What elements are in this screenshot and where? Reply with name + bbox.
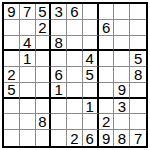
cell-r3c2[interactable]: 4 bbox=[20, 36, 36, 52]
cell-r9c5[interactable]: 2 bbox=[67, 130, 83, 146]
cell-r6c7[interactable] bbox=[99, 83, 115, 99]
cell-r9c4[interactable] bbox=[51, 130, 67, 146]
cell-r8c5[interactable] bbox=[67, 114, 83, 130]
cell-r3c9[interactable] bbox=[130, 36, 146, 52]
cell-r7c2[interactable] bbox=[20, 99, 36, 115]
cell-r6c1[interactable]: 5 bbox=[4, 83, 20, 99]
cell-r6c6[interactable] bbox=[83, 83, 99, 99]
cell-r5c5[interactable] bbox=[67, 67, 83, 83]
cell-r9c9[interactable]: 7 bbox=[130, 130, 146, 146]
cell-r6c8[interactable]: 9 bbox=[114, 83, 130, 99]
sudoku-board: 9753626481452658519138226987 bbox=[2, 2, 148, 148]
cell-r1c5[interactable]: 6 bbox=[67, 4, 83, 20]
cell-r1c7[interactable] bbox=[99, 4, 115, 20]
cell-r3c5[interactable] bbox=[67, 36, 83, 52]
cell-r1c8[interactable] bbox=[114, 4, 130, 20]
cell-r8c6[interactable] bbox=[83, 114, 99, 130]
cell-r4c3[interactable] bbox=[36, 51, 52, 67]
cell-r4c5[interactable] bbox=[67, 51, 83, 67]
cell-r5c2[interactable] bbox=[20, 67, 36, 83]
cell-r5c4[interactable]: 6 bbox=[51, 67, 67, 83]
cell-r3c1[interactable] bbox=[4, 36, 20, 52]
cell-r7c7[interactable] bbox=[99, 99, 115, 115]
cell-r4c2[interactable]: 1 bbox=[20, 51, 36, 67]
cell-r8c4[interactable] bbox=[51, 114, 67, 130]
cell-r5c9[interactable]: 8 bbox=[130, 67, 146, 83]
cell-r1c3[interactable]: 5 bbox=[36, 4, 52, 20]
cell-r9c3[interactable] bbox=[36, 130, 52, 146]
cell-r6c3[interactable] bbox=[36, 83, 52, 99]
cell-r4c7[interactable] bbox=[99, 51, 115, 67]
cell-r5c3[interactable] bbox=[36, 67, 52, 83]
cell-r2c5[interactable] bbox=[67, 20, 83, 36]
cell-r9c7[interactable]: 9 bbox=[99, 130, 115, 146]
cell-r3c8[interactable] bbox=[114, 36, 130, 52]
cell-r1c6[interactable] bbox=[83, 4, 99, 20]
cell-r2c2[interactable] bbox=[20, 20, 36, 36]
cell-r7c5[interactable] bbox=[67, 99, 83, 115]
cell-r7c4[interactable] bbox=[51, 99, 67, 115]
cell-r3c6[interactable] bbox=[83, 36, 99, 52]
cell-r8c7[interactable]: 2 bbox=[99, 114, 115, 130]
cell-r3c7[interactable] bbox=[99, 36, 115, 52]
cell-r1c2[interactable]: 7 bbox=[20, 4, 36, 20]
cell-r5c6[interactable]: 5 bbox=[83, 67, 99, 83]
cell-r4c9[interactable]: 5 bbox=[130, 51, 146, 67]
cell-r4c8[interactable] bbox=[114, 51, 130, 67]
cell-r6c5[interactable] bbox=[67, 83, 83, 99]
cell-r4c6[interactable]: 4 bbox=[83, 51, 99, 67]
cell-r2c4[interactable] bbox=[51, 20, 67, 36]
cell-r6c4[interactable]: 1 bbox=[51, 83, 67, 99]
cell-r2c1[interactable] bbox=[4, 20, 20, 36]
cell-r1c9[interactable] bbox=[130, 4, 146, 20]
cell-r7c3[interactable] bbox=[36, 99, 52, 115]
cell-r2c9[interactable] bbox=[130, 20, 146, 36]
cell-r8c9[interactable] bbox=[130, 114, 146, 130]
cell-r9c8[interactable]: 8 bbox=[114, 130, 130, 146]
cell-r2c6[interactable] bbox=[83, 20, 99, 36]
cell-r4c4[interactable] bbox=[51, 51, 67, 67]
cell-r1c4[interactable]: 3 bbox=[51, 4, 67, 20]
cell-r9c2[interactable] bbox=[20, 130, 36, 146]
cell-r6c9[interactable] bbox=[130, 83, 146, 99]
cell-r2c7[interactable]: 6 bbox=[99, 20, 115, 36]
cell-r3c4[interactable]: 8 bbox=[51, 36, 67, 52]
cell-r7c6[interactable]: 1 bbox=[83, 99, 99, 115]
cell-r3c3[interactable] bbox=[36, 36, 52, 52]
cell-r8c3[interactable]: 8 bbox=[36, 114, 52, 130]
cell-r9c1[interactable] bbox=[4, 130, 20, 146]
cell-r7c1[interactable] bbox=[4, 99, 20, 115]
cell-r7c8[interactable]: 3 bbox=[114, 99, 130, 115]
cell-r7c9[interactable] bbox=[130, 99, 146, 115]
cell-r5c1[interactable]: 2 bbox=[4, 67, 20, 83]
cell-r9c6[interactable]: 6 bbox=[83, 130, 99, 146]
cell-r5c7[interactable] bbox=[99, 67, 115, 83]
cell-r8c1[interactable] bbox=[4, 114, 20, 130]
cell-r4c1[interactable] bbox=[4, 51, 20, 67]
cell-r8c8[interactable] bbox=[114, 114, 130, 130]
cell-r6c2[interactable] bbox=[20, 83, 36, 99]
cell-r2c3[interactable]: 2 bbox=[36, 20, 52, 36]
cell-r8c2[interactable] bbox=[20, 114, 36, 130]
cell-r5c8[interactable] bbox=[114, 67, 130, 83]
cell-r2c8[interactable] bbox=[114, 20, 130, 36]
cell-r1c1[interactable]: 9 bbox=[4, 4, 20, 20]
